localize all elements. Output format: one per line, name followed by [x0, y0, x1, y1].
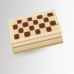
- product-photo-chess-box: [0, 0, 74, 74]
- nail-dot: [56, 24, 58, 26]
- board-square-r3c7: [51, 25, 58, 31]
